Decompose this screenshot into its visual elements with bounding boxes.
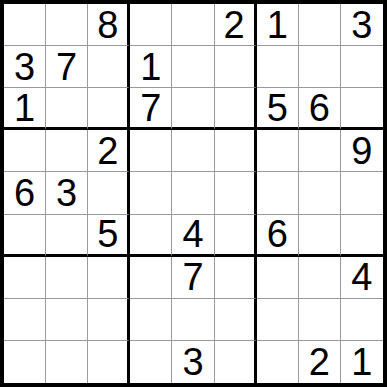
sudoku-cell-r9c2[interactable]	[46, 341, 88, 383]
sudoku-cell-r8c5[interactable]	[172, 299, 214, 341]
sudoku-cell-r2c9[interactable]	[341, 46, 383, 88]
sudoku-cell-r4c1[interactable]	[4, 130, 46, 172]
sudoku-cell-r5c6[interactable]	[215, 172, 257, 214]
sudoku-cell-r2c3[interactable]	[88, 46, 130, 88]
sudoku-cell-r9c9[interactable]: 1	[341, 341, 383, 383]
sudoku-cell-r6c2[interactable]	[46, 215, 88, 257]
sudoku-cell-r7c9[interactable]: 4	[341, 257, 383, 299]
sudoku-cell-r8c3[interactable]	[88, 299, 130, 341]
sudoku-cell-r9c4[interactable]	[130, 341, 172, 383]
sudoku-cell-r1c7[interactable]: 1	[257, 4, 299, 46]
sudoku-cell-r8c6[interactable]	[215, 299, 257, 341]
sudoku-cell-r9c1[interactable]	[4, 341, 46, 383]
sudoku-cell-r8c1[interactable]	[4, 299, 46, 341]
sudoku-cell-r6c1[interactable]	[4, 215, 46, 257]
sudoku-cell-r3c7[interactable]: 5	[257, 88, 299, 130]
sudoku-cell-r4c3[interactable]: 2	[88, 130, 130, 172]
sudoku-cell-r2c7[interactable]	[257, 46, 299, 88]
sudoku-cell-r6c6[interactable]	[215, 215, 257, 257]
sudoku-cell-r7c8[interactable]	[299, 257, 341, 299]
sudoku-cell-r2c6[interactable]	[215, 46, 257, 88]
sudoku-cell-r6c5[interactable]: 4	[172, 215, 214, 257]
sudoku-cell-r8c7[interactable]	[257, 299, 299, 341]
sudoku-cell-r5c3[interactable]	[88, 172, 130, 214]
sudoku-cell-r7c2[interactable]	[46, 257, 88, 299]
sudoku-cell-r4c4[interactable]	[130, 130, 172, 172]
sudoku-cell-r8c8[interactable]	[299, 299, 341, 341]
sudoku-cell-r9c3[interactable]	[88, 341, 130, 383]
sudoku-cell-r3c1[interactable]: 1	[4, 88, 46, 130]
sudoku-cell-r9c6[interactable]	[215, 341, 257, 383]
sudoku-cell-r7c5[interactable]: 7	[172, 257, 214, 299]
sudoku-cell-r4c6[interactable]	[215, 130, 257, 172]
sudoku-cell-r3c8[interactable]: 6	[299, 88, 341, 130]
sudoku-cell-r2c2[interactable]: 7	[46, 46, 88, 88]
sudoku-cell-r6c7[interactable]: 6	[257, 215, 299, 257]
sudoku-cell-r7c6[interactable]	[215, 257, 257, 299]
sudoku-cell-r8c4[interactable]	[130, 299, 172, 341]
sudoku-cell-r1c3[interactable]: 8	[88, 4, 130, 46]
sudoku-cell-r2c1[interactable]: 3	[4, 46, 46, 88]
sudoku-cell-r9c5[interactable]: 3	[172, 341, 214, 383]
sudoku-cell-r3c6[interactable]	[215, 88, 257, 130]
sudoku-cell-r1c6[interactable]: 2	[215, 4, 257, 46]
sudoku-cell-r6c8[interactable]	[299, 215, 341, 257]
sudoku-cell-r3c4[interactable]: 7	[130, 88, 172, 130]
sudoku-cell-r6c3[interactable]: 5	[88, 215, 130, 257]
sudoku-cell-r1c5[interactable]	[172, 4, 214, 46]
sudoku-cell-r1c8[interactable]	[299, 4, 341, 46]
sudoku-cell-r5c7[interactable]	[257, 172, 299, 214]
sudoku-cell-r2c8[interactable]	[299, 46, 341, 88]
sudoku-cell-r9c8[interactable]: 2	[299, 341, 341, 383]
sudoku-cell-r2c5[interactable]	[172, 46, 214, 88]
sudoku-cell-r3c2[interactable]	[46, 88, 88, 130]
sudoku-cell-r2c4[interactable]: 1	[130, 46, 172, 88]
sudoku-cell-r3c5[interactable]	[172, 88, 214, 130]
sudoku-cell-r5c8[interactable]	[299, 172, 341, 214]
sudoku-cell-r4c5[interactable]	[172, 130, 214, 172]
sudoku-cell-r4c9[interactable]: 9	[341, 130, 383, 172]
sudoku-cell-r8c2[interactable]	[46, 299, 88, 341]
sudoku-cell-r1c9[interactable]: 3	[341, 4, 383, 46]
sudoku-cell-r5c4[interactable]	[130, 172, 172, 214]
sudoku-cell-r3c3[interactable]	[88, 88, 130, 130]
sudoku-cell-r1c2[interactable]	[46, 4, 88, 46]
sudoku-cell-r8c9[interactable]	[341, 299, 383, 341]
sudoku-cell-r7c1[interactable]	[4, 257, 46, 299]
sudoku-cell-r4c2[interactable]	[46, 130, 88, 172]
sudoku-cell-r6c9[interactable]	[341, 215, 383, 257]
sudoku-cell-r5c5[interactable]	[172, 172, 214, 214]
sudoku-cell-r7c4[interactable]	[130, 257, 172, 299]
sudoku-cell-r7c7[interactable]	[257, 257, 299, 299]
sudoku-cell-r5c9[interactable]	[341, 172, 383, 214]
sudoku-cell-r5c1[interactable]: 6	[4, 172, 46, 214]
sudoku-cell-r5c2[interactable]: 3	[46, 172, 88, 214]
sudoku-board: 82133711756296354674321	[0, 0, 387, 387]
sudoku-cell-r3c9[interactable]	[341, 88, 383, 130]
sudoku-cell-r9c7[interactable]	[257, 341, 299, 383]
sudoku-cell-r4c8[interactable]	[299, 130, 341, 172]
sudoku-cell-r4c7[interactable]	[257, 130, 299, 172]
sudoku-cell-r7c3[interactable]	[88, 257, 130, 299]
sudoku-cell-r1c4[interactable]	[130, 4, 172, 46]
sudoku-cell-r6c4[interactable]	[130, 215, 172, 257]
sudoku-cell-r1c1[interactable]	[4, 4, 46, 46]
